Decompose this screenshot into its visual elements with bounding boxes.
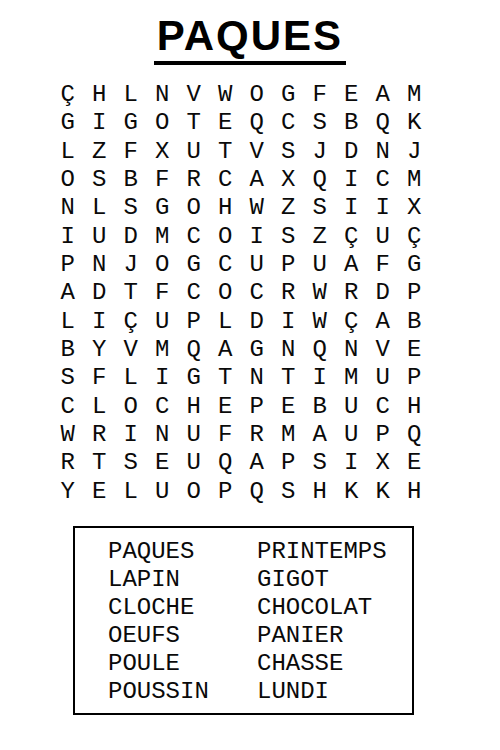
grid-cell[interactable]: T bbox=[210, 364, 242, 392]
grid-cell[interactable]: Q bbox=[399, 420, 431, 448]
grid-cell[interactable]: E bbox=[84, 477, 116, 505]
word-list-item: LUNDI bbox=[257, 677, 412, 705]
grid-cell[interactable]: P bbox=[273, 250, 305, 278]
grid-cell[interactable]: V bbox=[115, 335, 147, 363]
grid-cell[interactable]: S bbox=[273, 477, 305, 505]
word-list-item: PANIER bbox=[257, 621, 412, 649]
grid-cell[interactable]: M bbox=[399, 80, 431, 108]
grid-cell[interactable]: D bbox=[115, 222, 147, 250]
grid-cell[interactable]: J bbox=[115, 250, 147, 278]
grid-cell[interactable]: X bbox=[273, 165, 305, 193]
grid-cell[interactable]: Q bbox=[241, 109, 273, 137]
grid-cell[interactable]: T bbox=[84, 449, 116, 477]
grid-cell[interactable]: N bbox=[52, 194, 84, 222]
grid-cell[interactable]: I bbox=[147, 364, 179, 392]
grid-cell[interactable]: R bbox=[178, 165, 210, 193]
grid-cell[interactable]: S bbox=[115, 449, 147, 477]
grid-cell[interactable]: C bbox=[52, 392, 84, 420]
grid-cell[interactable]: S bbox=[84, 165, 116, 193]
grid-cell[interactable]: H bbox=[399, 477, 431, 505]
grid-cell[interactable]: U bbox=[336, 420, 368, 448]
word-list-item: POUSSIN bbox=[108, 677, 257, 705]
grid-cell[interactable]: C bbox=[178, 222, 210, 250]
grid-cell[interactable]: S bbox=[115, 194, 147, 222]
grid-cell[interactable]: A bbox=[52, 279, 84, 307]
grid-cell[interactable]: I bbox=[336, 194, 368, 222]
grid-cell[interactable]: U bbox=[147, 307, 179, 335]
grid-cell[interactable]: E bbox=[399, 335, 431, 363]
grid-cell[interactable]: D bbox=[241, 307, 273, 335]
grid-cell[interactable]: Z bbox=[304, 222, 336, 250]
grid-cell[interactable]: P bbox=[52, 250, 84, 278]
grid-cell[interactable]: W bbox=[210, 80, 242, 108]
grid-cell[interactable]: P bbox=[399, 279, 431, 307]
grid-cell[interactable]: G bbox=[178, 250, 210, 278]
grid-cell[interactable]: R bbox=[273, 279, 305, 307]
grid-cell[interactable]: Ç bbox=[336, 222, 368, 250]
page-title: PAQUES bbox=[154, 13, 346, 65]
grid-cell[interactable]: O bbox=[147, 250, 179, 278]
grid-cell[interactable]: U bbox=[178, 420, 210, 448]
grid-cell[interactable]: M bbox=[336, 364, 368, 392]
word-list-item: POULE bbox=[108, 649, 257, 677]
grid-cell[interactable]: Ç bbox=[52, 80, 84, 108]
grid-cell[interactable]: R bbox=[336, 279, 368, 307]
grid-cell[interactable]: U bbox=[367, 364, 399, 392]
grid-cell[interactable]: R bbox=[84, 420, 116, 448]
grid-cell[interactable]: Ç bbox=[336, 307, 368, 335]
grid-cell[interactable]: B bbox=[336, 109, 368, 137]
grid-cell[interactable]: T bbox=[210, 137, 242, 165]
grid-cell[interactable]: V bbox=[367, 335, 399, 363]
grid-cell[interactable]: T bbox=[273, 364, 305, 392]
word-list-item: LAPIN bbox=[108, 565, 257, 593]
grid-cell[interactable]: A bbox=[367, 307, 399, 335]
grid-cell[interactable]: Q bbox=[367, 109, 399, 137]
grid-cell[interactable]: N bbox=[336, 335, 368, 363]
grid-cell[interactable]: B bbox=[52, 335, 84, 363]
grid-cell[interactable]: O bbox=[210, 222, 242, 250]
grid-cell[interactable]: T bbox=[115, 279, 147, 307]
grid-cell[interactable]: I bbox=[304, 364, 336, 392]
grid-cell[interactable]: X bbox=[367, 449, 399, 477]
grid-cell[interactable]: O bbox=[115, 392, 147, 420]
grid-cell[interactable]: N bbox=[147, 80, 179, 108]
grid-cell[interactable]: S bbox=[273, 222, 305, 250]
grid-cell[interactable]: C bbox=[273, 109, 305, 137]
grid-cell[interactable]: G bbox=[178, 364, 210, 392]
grid-cell[interactable]: S bbox=[52, 364, 84, 392]
grid-cell[interactable]: S bbox=[304, 449, 336, 477]
grid-cell[interactable]: I bbox=[84, 109, 116, 137]
grid-cell[interactable]: A bbox=[241, 165, 273, 193]
grid-cell[interactable]: Q bbox=[304, 335, 336, 363]
grid-cell[interactable]: P bbox=[399, 364, 431, 392]
grid-cell[interactable]: E bbox=[210, 109, 242, 137]
grid-cell[interactable]: I bbox=[84, 307, 116, 335]
grid-cell[interactable]: A bbox=[367, 80, 399, 108]
grid-cell[interactable]: O bbox=[241, 80, 273, 108]
grid-cell[interactable]: S bbox=[304, 194, 336, 222]
grid-cell[interactable]: L bbox=[52, 137, 84, 165]
word-list-item: CLOCHE bbox=[108, 593, 257, 621]
grid-cell[interactable]: X bbox=[147, 137, 179, 165]
grid-cell[interactable]: N bbox=[147, 420, 179, 448]
grid-cell[interactable]: I bbox=[52, 222, 84, 250]
grid-cell[interactable]: M bbox=[147, 335, 179, 363]
grid-cell[interactable]: M bbox=[399, 165, 431, 193]
grid-cell[interactable]: Ç bbox=[115, 307, 147, 335]
grid-cell[interactable]: W bbox=[52, 420, 84, 448]
grid-cell[interactable]: C bbox=[241, 279, 273, 307]
grid-cell[interactable]: R bbox=[241, 420, 273, 448]
grid-cell[interactable]: P bbox=[367, 420, 399, 448]
grid-cell[interactable]: B bbox=[304, 392, 336, 420]
grid-cell[interactable]: L bbox=[115, 364, 147, 392]
grid-cell[interactable]: V bbox=[241, 137, 273, 165]
grid-cell[interactable]: L bbox=[210, 307, 242, 335]
grid-cell[interactable]: F bbox=[147, 279, 179, 307]
grid-cell[interactable]: M bbox=[147, 222, 179, 250]
grid-cell[interactable]: F bbox=[304, 80, 336, 108]
grid-cell[interactable]: D bbox=[367, 279, 399, 307]
grid-cell[interactable]: W bbox=[304, 279, 336, 307]
grid-cell[interactable]: J bbox=[304, 137, 336, 165]
word-list-item: PRINTEMPS bbox=[257, 537, 412, 565]
grid-cell[interactable]: I bbox=[336, 449, 368, 477]
grid-cell[interactable]: I bbox=[367, 194, 399, 222]
grid-cell[interactable]: F bbox=[147, 165, 179, 193]
grid-cell[interactable]: P bbox=[241, 392, 273, 420]
grid-cell[interactable]: Q bbox=[178, 335, 210, 363]
grid-cell[interactable]: N bbox=[273, 335, 305, 363]
grid-cell[interactable]: L bbox=[115, 477, 147, 505]
grid-cell[interactable]: H bbox=[399, 392, 431, 420]
grid-cell[interactable]: I bbox=[336, 165, 368, 193]
grid-cell[interactable]: O bbox=[52, 165, 84, 193]
grid-cell[interactable]: U bbox=[178, 449, 210, 477]
grid-cell[interactable]: U bbox=[147, 477, 179, 505]
grid-cell[interactable]: G bbox=[52, 109, 84, 137]
grid-cell[interactable]: R bbox=[52, 449, 84, 477]
grid-cell[interactable]: C bbox=[178, 279, 210, 307]
grid-cell[interactable]: Z bbox=[273, 194, 305, 222]
grid-cell[interactable]: C bbox=[367, 165, 399, 193]
grid-cell[interactable]: L bbox=[84, 392, 116, 420]
grid-cell[interactable]: B bbox=[115, 165, 147, 193]
grid-cell[interactable]: N bbox=[84, 250, 116, 278]
grid-cell[interactable]: W bbox=[304, 307, 336, 335]
grid-cell[interactable]: H bbox=[304, 477, 336, 505]
grid-cell[interactable]: A bbox=[241, 449, 273, 477]
grid-cell[interactable]: G bbox=[147, 194, 179, 222]
word-list-item: CHASSE bbox=[257, 649, 412, 677]
grid-cell[interactable]: Y bbox=[84, 335, 116, 363]
grid-cell[interactable]: G bbox=[273, 80, 305, 108]
word-grid: ÇHLNVWOGFEAMGIGOTEQCSBQKLZFXUTVSJDNJOSBF… bbox=[52, 80, 500, 505]
grid-cell[interactable]: F bbox=[115, 137, 147, 165]
grid-cell[interactable]: O bbox=[210, 279, 242, 307]
grid-cell[interactable]: E bbox=[399, 449, 431, 477]
grid-cell[interactable]: U bbox=[178, 137, 210, 165]
grid-cell[interactable]: K bbox=[399, 109, 431, 137]
grid-cell[interactable]: A bbox=[210, 335, 242, 363]
grid-cell[interactable]: E bbox=[210, 392, 242, 420]
grid-cell[interactable]: X bbox=[399, 194, 431, 222]
grid-cell[interactable]: O bbox=[147, 109, 179, 137]
grid-cell[interactable]: S bbox=[304, 109, 336, 137]
grid-cell[interactable]: P bbox=[210, 477, 242, 505]
grid-cell[interactable]: Z bbox=[84, 137, 116, 165]
grid-cell[interactable]: H bbox=[210, 194, 242, 222]
title-bar: PAQUES bbox=[0, 13, 500, 65]
word-list-item: CHOCOLAT bbox=[257, 593, 412, 621]
grid-cell[interactable]: S bbox=[273, 137, 305, 165]
grid-cell[interactable]: N bbox=[367, 137, 399, 165]
grid-cell[interactable]: L bbox=[115, 80, 147, 108]
grid-cell[interactable]: L bbox=[84, 194, 116, 222]
grid-cell[interactable]: L bbox=[52, 307, 84, 335]
grid-cell[interactable]: O bbox=[178, 194, 210, 222]
grid-cell[interactable]: P bbox=[178, 307, 210, 335]
grid-cell[interactable]: Q bbox=[241, 477, 273, 505]
grid-cell[interactable]: U bbox=[367, 222, 399, 250]
grid-cell[interactable]: T bbox=[178, 109, 210, 137]
grid-cell[interactable]: J bbox=[399, 137, 431, 165]
grid-cell[interactable]: F bbox=[210, 420, 242, 448]
grid-cell[interactable]: B bbox=[399, 307, 431, 335]
grid-cell[interactable]: H bbox=[84, 80, 116, 108]
grid-cell[interactable]: I bbox=[115, 420, 147, 448]
grid-cell[interactable]: Y bbox=[52, 477, 84, 505]
grid-cell[interactable]: U bbox=[304, 250, 336, 278]
grid-cell[interactable]: G bbox=[115, 109, 147, 137]
grid-cell[interactable]: W bbox=[241, 194, 273, 222]
grid-cell[interactable]: P bbox=[273, 449, 305, 477]
grid-cell[interactable]: U bbox=[241, 250, 273, 278]
grid-cell[interactable]: C bbox=[210, 250, 242, 278]
grid-cell[interactable]: C bbox=[147, 392, 179, 420]
word-list-item: PAQUES bbox=[108, 537, 257, 565]
grid-cell[interactable]: A bbox=[336, 250, 368, 278]
grid-cell[interactable]: C bbox=[367, 392, 399, 420]
grid-cell[interactable]: D bbox=[84, 279, 116, 307]
grid-cell[interactable]: U bbox=[336, 392, 368, 420]
grid-cell[interactable]: F bbox=[367, 250, 399, 278]
grid-cell[interactable]: I bbox=[273, 307, 305, 335]
grid-cell[interactable]: K bbox=[336, 477, 368, 505]
grid-cell[interactable]: H bbox=[178, 392, 210, 420]
word-list-item: OEUFS bbox=[108, 621, 257, 649]
word-list-item: GIGOT bbox=[257, 565, 412, 593]
grid-cell[interactable]: A bbox=[304, 420, 336, 448]
grid-cell[interactable]: E bbox=[147, 449, 179, 477]
grid-cell[interactable]: G bbox=[399, 250, 431, 278]
word-list-box: PAQUESPRINTEMPSLAPINGIGOTCLOCHECHOCOLATO… bbox=[73, 526, 414, 715]
grid-cell[interactable]: N bbox=[241, 364, 273, 392]
grid-cell[interactable]: C bbox=[210, 165, 242, 193]
grid-cell[interactable]: Ç bbox=[399, 222, 431, 250]
grid-cell[interactable]: F bbox=[84, 364, 116, 392]
grid-cell[interactable]: U bbox=[84, 222, 116, 250]
grid-cell[interactable]: O bbox=[178, 477, 210, 505]
grid-cell[interactable]: K bbox=[367, 477, 399, 505]
grid-cell[interactable]: E bbox=[273, 392, 305, 420]
grid-cell[interactable]: Q bbox=[210, 449, 242, 477]
grid-cell[interactable]: G bbox=[241, 335, 273, 363]
grid-cell[interactable]: I bbox=[241, 222, 273, 250]
grid-cell[interactable]: E bbox=[336, 80, 368, 108]
grid-cell[interactable]: M bbox=[273, 420, 305, 448]
grid-cell[interactable]: D bbox=[336, 137, 368, 165]
grid-cell[interactable]: Q bbox=[304, 165, 336, 193]
grid-cell[interactable]: V bbox=[178, 80, 210, 108]
